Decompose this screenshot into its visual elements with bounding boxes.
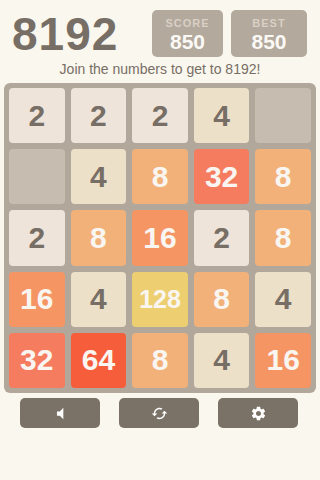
tile-4: 4: [255, 272, 311, 327]
gear-icon: [250, 405, 267, 422]
tile-2: 2: [9, 210, 65, 265]
best-value: 850: [239, 30, 299, 54]
settings-button[interactable]: [218, 398, 298, 428]
tile-4: 4: [71, 272, 127, 327]
subtitle: Join the numbers to get to 8192!: [0, 61, 320, 77]
tile-8: 8: [194, 272, 250, 327]
tile-8: 8: [255, 210, 311, 265]
score-panel: SCORE 850 BEST 850: [152, 10, 307, 57]
tile-4: 4: [194, 88, 250, 143]
tile-8: 8: [132, 149, 188, 204]
tile-2: 2: [194, 210, 250, 265]
tile-16: 16: [9, 272, 65, 327]
speaker-icon: [52, 405, 69, 422]
tile-4: 4: [194, 333, 250, 388]
tile-2: 2: [9, 88, 65, 143]
tile-64: 64: [71, 333, 127, 388]
refresh-icon: [151, 405, 168, 422]
tile-2: 2: [71, 88, 127, 143]
tile-8: 8: [132, 333, 188, 388]
empty-cell: [255, 88, 311, 143]
best-label: BEST: [239, 17, 299, 29]
tile-2: 2: [132, 88, 188, 143]
tile-128: 128: [132, 272, 188, 327]
tile-32: 32: [194, 149, 250, 204]
app-window: 8192 SCORE 850 BEST 850 Join the numbers…: [0, 0, 320, 480]
best-box: BEST 850: [231, 10, 307, 57]
score-label: SCORE: [160, 17, 215, 29]
mute-button[interactable]: [20, 398, 100, 428]
empty-cell: [9, 149, 65, 204]
page-title: 8192: [12, 9, 118, 59]
tile-32: 32: [9, 333, 65, 388]
tile-8: 8: [255, 149, 311, 204]
tile-8: 8: [71, 210, 127, 265]
tile-16: 16: [255, 333, 311, 388]
score-box: SCORE 850: [152, 10, 223, 57]
game-board[interactable]: 2224483282816281641288432648416: [4, 83, 316, 393]
toolbar: [20, 398, 298, 428]
restart-button[interactable]: [119, 398, 199, 428]
tile-4: 4: [71, 149, 127, 204]
score-value: 850: [160, 30, 215, 54]
tile-16: 16: [132, 210, 188, 265]
